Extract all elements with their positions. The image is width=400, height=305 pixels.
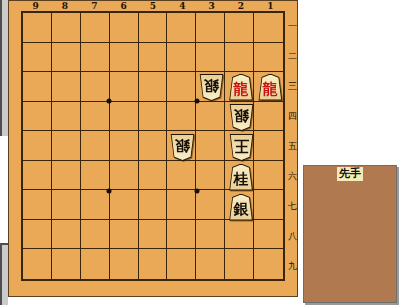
shogi-piece-3三[interactable]: 銀 xyxy=(199,74,224,101)
board-cell[interactable] xyxy=(110,43,139,73)
board-cell[interactable] xyxy=(167,13,196,43)
board-cell[interactable] xyxy=(196,102,225,132)
rank-label: 五 xyxy=(286,131,299,161)
board-cell[interactable] xyxy=(167,43,196,73)
board-cell[interactable] xyxy=(254,131,283,161)
board-cell[interactable] xyxy=(52,43,81,73)
piece-body: 銀 xyxy=(199,74,224,101)
piece-body: 龍 xyxy=(258,74,283,101)
board-cell[interactable] xyxy=(167,102,196,132)
piece-glyph: 銀 xyxy=(229,194,254,221)
piece-body: 銀 xyxy=(170,134,195,161)
shogi-piece-2四[interactable]: 銀 xyxy=(229,104,254,131)
board-cell[interactable] xyxy=(81,249,110,279)
board-cell[interactable] xyxy=(81,43,110,73)
board-cell[interactable] xyxy=(196,249,225,279)
board-cell[interactable] xyxy=(110,249,139,279)
board-cell[interactable] xyxy=(225,249,254,279)
board-cell[interactable] xyxy=(23,161,52,191)
board-cell[interactable] xyxy=(254,190,283,220)
board-cell[interactable] xyxy=(52,102,81,132)
board-cell[interactable] xyxy=(139,43,168,73)
gote-piece-stand-edge xyxy=(0,0,8,136)
board-cell[interactable] xyxy=(167,220,196,250)
board-cell[interactable] xyxy=(81,220,110,250)
rank-label: 七 xyxy=(286,191,299,221)
board-cell[interactable] xyxy=(139,161,168,191)
board-cell[interactable] xyxy=(225,220,254,250)
rank-label: 二 xyxy=(286,41,299,71)
piece-body: 桂 xyxy=(229,164,254,191)
shogi-piece-2三[interactable]: 龍 xyxy=(229,74,254,101)
board-cell[interactable] xyxy=(52,190,81,220)
board-cell[interactable] xyxy=(52,131,81,161)
board-cell[interactable] xyxy=(110,102,139,132)
board-cell[interactable] xyxy=(23,72,52,102)
board-cell[interactable] xyxy=(196,13,225,43)
board-cell[interactable] xyxy=(23,131,52,161)
piece-glyph: 龍 xyxy=(229,74,254,101)
board-cell[interactable] xyxy=(23,190,52,220)
piece-glyph: 龍 xyxy=(258,74,283,101)
shogi-piece-2七[interactable]: 銀 xyxy=(229,194,254,221)
board-cell[interactable] xyxy=(81,131,110,161)
board-cell[interactable] xyxy=(81,190,110,220)
board-cell[interactable] xyxy=(196,131,225,161)
shogi-app: 987654321 一二三四五六七八九 龍龍銀銀銀王桂銀 先手 xyxy=(0,0,400,305)
board-cell[interactable] xyxy=(110,220,139,250)
board-cell[interactable] xyxy=(254,249,283,279)
board-cell[interactable] xyxy=(196,161,225,191)
board-cell[interactable] xyxy=(167,72,196,102)
board-cell[interactable] xyxy=(196,43,225,73)
board-cell[interactable] xyxy=(254,220,283,250)
board-cell[interactable] xyxy=(139,131,168,161)
piece-body: 銀 xyxy=(229,194,254,221)
star-point xyxy=(107,189,112,194)
piece-glyph: 銀 xyxy=(229,104,254,131)
shogi-piece-2六[interactable]: 桂 xyxy=(229,164,254,191)
rank-label: 九 xyxy=(286,251,299,281)
piece-glyph: 王 xyxy=(229,134,254,161)
piece-glyph: 桂 xyxy=(229,164,254,191)
piece-glyph: 銀 xyxy=(199,74,224,101)
board-cell[interactable] xyxy=(52,161,81,191)
board-cell[interactable] xyxy=(23,249,52,279)
rank-label: 六 xyxy=(286,161,299,191)
sente-stand-label: 先手 xyxy=(337,167,363,181)
piece-body: 龍 xyxy=(229,74,254,101)
shogi-piece-4五[interactable]: 銀 xyxy=(170,134,195,161)
board-cell[interactable] xyxy=(81,102,110,132)
board-cell[interactable] xyxy=(139,102,168,132)
board-cell[interactable] xyxy=(23,43,52,73)
board-cell[interactable] xyxy=(52,249,81,279)
board-cell[interactable] xyxy=(254,43,283,73)
lower-left-panel-edge xyxy=(0,243,8,305)
board-cell[interactable] xyxy=(139,13,168,43)
star-point xyxy=(195,189,200,194)
board-cell[interactable] xyxy=(110,161,139,191)
shogi-board: 987654321 一二三四五六七八九 龍龍銀銀銀王桂銀 xyxy=(8,0,298,297)
rank-label: 一 xyxy=(286,11,299,41)
board-cell[interactable] xyxy=(81,13,110,43)
star-point xyxy=(107,99,112,104)
board-cell[interactable] xyxy=(254,102,283,132)
board-cell[interactable] xyxy=(254,161,283,191)
board-cell[interactable] xyxy=(52,220,81,250)
board-cell[interactable] xyxy=(110,131,139,161)
board-cell[interactable] xyxy=(110,13,139,43)
board-cell[interactable] xyxy=(139,190,168,220)
sente-piece-stand: 先手 xyxy=(303,165,397,303)
rank-labels: 一二三四五六七八九 xyxy=(286,11,299,281)
rank-label: 八 xyxy=(286,221,299,251)
board-cell[interactable] xyxy=(110,190,139,220)
board-cell[interactable] xyxy=(167,249,196,279)
board-cell[interactable] xyxy=(81,72,110,102)
board-cell[interactable] xyxy=(167,161,196,191)
rank-label: 四 xyxy=(286,101,299,131)
board-cell[interactable] xyxy=(225,43,254,73)
board-cell[interactable] xyxy=(52,13,81,43)
board-cell[interactable] xyxy=(196,190,225,220)
piece-body: 王 xyxy=(229,134,254,161)
board-cell[interactable] xyxy=(139,249,168,279)
board-cell[interactable] xyxy=(254,13,283,43)
piece-body: 銀 xyxy=(229,104,254,131)
rank-label: 三 xyxy=(286,71,299,101)
board-cell[interactable] xyxy=(225,13,254,43)
shogi-piece-1三[interactable]: 龍 xyxy=(258,74,283,101)
board-cell[interactable] xyxy=(23,220,52,250)
board-cell[interactable] xyxy=(167,190,196,220)
board-cell[interactable] xyxy=(23,13,52,43)
board-cell[interactable] xyxy=(110,72,139,102)
board-cell[interactable] xyxy=(196,220,225,250)
board-cell[interactable] xyxy=(23,102,52,132)
piece-glyph: 銀 xyxy=(170,134,195,161)
board-cell[interactable] xyxy=(81,161,110,191)
board-cell[interactable] xyxy=(139,220,168,250)
board-cell[interactable] xyxy=(139,72,168,102)
board-cell[interactable] xyxy=(52,72,81,102)
shogi-piece-2五[interactable]: 王 xyxy=(229,134,254,161)
